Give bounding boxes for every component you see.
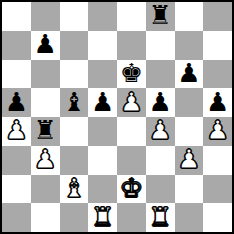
square-e8[interactable] (117, 2, 146, 31)
black-rook: ♜︎ (148, 2, 171, 28)
square-g8[interactable] (175, 2, 204, 31)
square-b1[interactable] (31, 203, 60, 232)
square-c2[interactable]: ♝︎ (60, 175, 89, 204)
white-pawn: ♟︎ (206, 117, 229, 143)
square-f3[interactable] (146, 146, 175, 175)
black-bishop: ♝︎ (62, 89, 85, 115)
square-f8[interactable]: ♜︎ (146, 2, 175, 31)
square-e2[interactable]: ♚︎ (117, 175, 146, 204)
white-rook: ♜︎ (91, 204, 114, 230)
square-e1[interactable] (117, 203, 146, 232)
square-d6[interactable] (88, 60, 117, 89)
black-pawn: ♟︎ (148, 89, 171, 115)
square-c3[interactable] (60, 146, 89, 175)
white-pawn: ♟︎ (120, 89, 143, 115)
square-f1[interactable]: ♜︎ (146, 203, 175, 232)
square-h5[interactable]: ♟︎ (203, 88, 232, 117)
square-g6[interactable]: ♟︎ (175, 60, 204, 89)
square-g7[interactable] (175, 31, 204, 60)
black-rook: ♜︎ (33, 117, 56, 143)
square-f6[interactable] (146, 60, 175, 89)
square-h4[interactable]: ♟︎ (203, 117, 232, 146)
square-h6[interactable] (203, 60, 232, 89)
square-h1[interactable] (203, 203, 232, 232)
square-e7[interactable] (117, 31, 146, 60)
square-f2[interactable] (146, 175, 175, 204)
square-e4[interactable] (117, 117, 146, 146)
square-e6[interactable]: ♚︎ (117, 60, 146, 89)
square-h7[interactable] (203, 31, 232, 60)
square-h2[interactable] (203, 175, 232, 204)
square-g5[interactable] (175, 88, 204, 117)
square-b4[interactable]: ♜︎ (31, 117, 60, 146)
white-pawn: ♟︎ (177, 146, 200, 172)
square-h3[interactable] (203, 146, 232, 175)
square-e3[interactable] (117, 146, 146, 175)
white-pawn: ♟︎ (148, 117, 171, 143)
black-pawn: ♟︎ (5, 89, 28, 115)
square-b3[interactable]: ♟︎ (31, 146, 60, 175)
square-g2[interactable] (175, 175, 204, 204)
square-e5[interactable]: ♟︎ (117, 88, 146, 117)
square-g1[interactable] (175, 203, 204, 232)
square-f4[interactable]: ♟︎ (146, 117, 175, 146)
black-pawn: ♟︎ (33, 31, 56, 57)
square-a5[interactable]: ♟︎ (2, 88, 31, 117)
square-h8[interactable] (203, 2, 232, 31)
square-d5[interactable]: ♟︎ (88, 88, 117, 117)
square-d2[interactable] (88, 175, 117, 204)
white-pawn: ♟︎ (33, 146, 56, 172)
square-d4[interactable] (88, 117, 117, 146)
square-f7[interactable] (146, 31, 175, 60)
square-a1[interactable] (2, 203, 31, 232)
white-king: ♚︎ (120, 175, 143, 201)
square-d8[interactable] (88, 2, 117, 31)
white-bishop: ♝︎ (62, 175, 85, 201)
square-d7[interactable] (88, 31, 117, 60)
black-pawn: ♟︎ (177, 60, 200, 86)
square-g4[interactable] (175, 117, 204, 146)
square-c7[interactable] (60, 31, 89, 60)
square-b6[interactable] (31, 60, 60, 89)
square-d1[interactable]: ♜︎ (88, 203, 117, 232)
square-b7[interactable]: ♟︎ (31, 31, 60, 60)
square-a2[interactable] (2, 175, 31, 204)
square-a3[interactable] (2, 146, 31, 175)
square-b8[interactable] (31, 2, 60, 31)
black-pawn: ♟︎ (206, 89, 229, 115)
square-c1[interactable] (60, 203, 89, 232)
square-d3[interactable] (88, 146, 117, 175)
white-pawn: ♟︎ (5, 117, 28, 143)
square-a6[interactable] (2, 60, 31, 89)
square-b5[interactable] (31, 88, 60, 117)
square-c5[interactable]: ♝︎ (60, 88, 89, 117)
square-b2[interactable] (31, 175, 60, 204)
square-c4[interactable] (60, 117, 89, 146)
square-g3[interactable]: ♟︎ (175, 146, 204, 175)
square-a4[interactable]: ♟︎ (2, 117, 31, 146)
square-a7[interactable] (2, 31, 31, 60)
chess-board: ♜︎♟︎♚︎♟︎♟︎♝︎♟︎♟︎♟︎♟︎♟︎♜︎♟︎♟︎♟︎♟︎♝︎♚︎♜︎♜︎ (0, 0, 234, 234)
black-king: ♚︎ (120, 60, 143, 86)
square-a8[interactable] (2, 2, 31, 31)
square-c8[interactable] (60, 2, 89, 31)
white-rook: ♜︎ (148, 204, 171, 230)
black-pawn: ♟︎ (91, 89, 114, 115)
square-c6[interactable] (60, 60, 89, 89)
square-f5[interactable]: ♟︎ (146, 88, 175, 117)
